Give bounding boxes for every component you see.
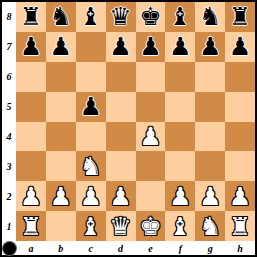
square-f4[interactable] — [165, 122, 195, 152]
piece-white-queen[interactable]: ♛ — [109, 214, 131, 239]
rank-label-1: 1 — [2, 211, 16, 241]
square-d4[interactable] — [106, 122, 136, 152]
square-c7[interactable] — [76, 32, 106, 62]
piece-white-pawn[interactable]: ♟ — [50, 184, 72, 209]
square-e8[interactable]: ♚ — [136, 2, 166, 32]
square-b5[interactable] — [46, 92, 76, 122]
square-d6[interactable] — [106, 62, 136, 92]
piece-black-pawn[interactable]: ♟ — [109, 34, 131, 59]
square-a5[interactable] — [16, 92, 46, 122]
square-b6[interactable] — [46, 62, 76, 92]
square-a4[interactable] — [16, 122, 46, 152]
square-g4[interactable] — [195, 122, 225, 152]
square-d1[interactable]: ♛ — [106, 211, 136, 241]
square-a2[interactable]: ♟ — [16, 181, 46, 211]
piece-black-bishop[interactable]: ♝ — [79, 4, 101, 29]
square-c5[interactable]: ♟ — [76, 92, 106, 122]
square-b7[interactable]: ♟ — [46, 32, 76, 62]
piece-black-rook[interactable]: ♜ — [229, 4, 251, 29]
piece-white-pawn[interactable]: ♟ — [79, 184, 101, 209]
file-labels: abcdefgh — [16, 241, 255, 255]
square-g1[interactable]: ♞ — [195, 211, 225, 241]
square-a6[interactable] — [16, 62, 46, 92]
square-f5[interactable] — [165, 92, 195, 122]
square-g3[interactable] — [195, 151, 225, 181]
rank-label-4: 4 — [2, 122, 16, 152]
file-label-b: b — [46, 241, 76, 255]
square-h6[interactable] — [225, 62, 255, 92]
square-f8[interactable]: ♝ — [165, 2, 195, 32]
square-b2[interactable]: ♟ — [46, 181, 76, 211]
square-a3[interactable] — [16, 151, 46, 181]
square-e2[interactable] — [136, 181, 166, 211]
piece-black-pawn[interactable]: ♟ — [139, 34, 161, 59]
piece-white-bishop[interactable]: ♝ — [79, 214, 101, 239]
piece-white-pawn[interactable]: ♟ — [139, 124, 161, 149]
piece-black-pawn[interactable]: ♟ — [79, 94, 101, 119]
square-g7[interactable]: ♟ — [195, 32, 225, 62]
piece-white-pawn[interactable]: ♟ — [199, 184, 221, 209]
piece-white-rook[interactable]: ♜ — [229, 214, 251, 239]
file-label-g: g — [195, 241, 225, 255]
rank-label-8: 8 — [2, 2, 16, 32]
square-c1[interactable]: ♝ — [76, 211, 106, 241]
file-label-c: c — [76, 241, 106, 255]
piece-white-knight[interactable]: ♞ — [199, 214, 221, 239]
file-label-a: a — [16, 241, 46, 255]
piece-black-pawn[interactable]: ♟ — [199, 34, 221, 59]
piece-black-king[interactable]: ♚ — [139, 4, 161, 29]
square-g6[interactable] — [195, 62, 225, 92]
square-b1[interactable] — [46, 211, 76, 241]
square-g8[interactable]: ♞ — [195, 2, 225, 32]
square-f2[interactable]: ♟ — [165, 181, 195, 211]
square-g5[interactable] — [195, 92, 225, 122]
chess-board[interactable]: ♜♞♝♛♚♝♞♜♟♟♟♟♟♟♟♟♟♞♟♟♟♟♟♟♟♜♝♛♚♝♞♜ — [16, 2, 255, 241]
side-to-move-corner — [2, 241, 16, 255]
square-h1[interactable]: ♜ — [225, 211, 255, 241]
piece-black-queen[interactable]: ♛ — [109, 4, 131, 29]
piece-white-pawn[interactable]: ♟ — [169, 184, 191, 209]
square-d3[interactable] — [106, 151, 136, 181]
square-h7[interactable]: ♟ — [225, 32, 255, 62]
piece-black-pawn[interactable]: ♟ — [50, 34, 72, 59]
square-d5[interactable] — [106, 92, 136, 122]
piece-black-bishop[interactable]: ♝ — [169, 4, 191, 29]
square-h3[interactable] — [225, 151, 255, 181]
square-f7[interactable]: ♟ — [165, 32, 195, 62]
square-h4[interactable] — [225, 122, 255, 152]
square-a7[interactable]: ♟ — [16, 32, 46, 62]
file-label-e: e — [136, 241, 166, 255]
square-d7[interactable]: ♟ — [106, 32, 136, 62]
square-e3[interactable] — [136, 151, 166, 181]
square-a1[interactable]: ♜ — [16, 211, 46, 241]
piece-white-king[interactable]: ♚ — [139, 214, 161, 239]
square-g2[interactable]: ♟ — [195, 181, 225, 211]
square-f3[interactable] — [165, 151, 195, 181]
piece-white-pawn[interactable]: ♟ — [20, 184, 42, 209]
square-c2[interactable]: ♟ — [76, 181, 106, 211]
square-b3[interactable] — [46, 151, 76, 181]
piece-black-pawn[interactable]: ♟ — [169, 34, 191, 59]
square-d8[interactable]: ♛ — [106, 2, 136, 32]
square-c6[interactable] — [76, 62, 106, 92]
piece-white-knight[interactable]: ♞ — [79, 154, 101, 179]
square-b8[interactable]: ♞ — [46, 2, 76, 32]
file-label-h: h — [225, 241, 255, 255]
black-to-move-indicator — [3, 242, 16, 255]
piece-black-knight[interactable]: ♞ — [50, 4, 72, 29]
piece-white-pawn[interactable]: ♟ — [109, 184, 131, 209]
square-b4[interactable] — [46, 122, 76, 152]
rank-label-2: 2 — [2, 181, 16, 211]
piece-black-rook[interactable]: ♜ — [20, 4, 42, 29]
square-e7[interactable]: ♟ — [136, 32, 166, 62]
square-h2[interactable]: ♟ — [225, 181, 255, 211]
square-f6[interactable] — [165, 62, 195, 92]
chess-diagram: 87654321 ♜♞♝♛♚♝♞♜♟♟♟♟♟♟♟♟♟♞♟♟♟♟♟♟♟♜♝♛♚♝♞… — [0, 0, 257, 257]
square-e1[interactable]: ♚ — [136, 211, 166, 241]
square-e6[interactable] — [136, 62, 166, 92]
rank-label-7: 7 — [2, 32, 16, 62]
rank-label-6: 6 — [2, 62, 16, 92]
square-c4[interactable] — [76, 122, 106, 152]
square-c3[interactable]: ♞ — [76, 151, 106, 181]
file-label-d: d — [106, 241, 136, 255]
square-f1[interactable]: ♝ — [165, 211, 195, 241]
square-c8[interactable]: ♝ — [76, 2, 106, 32]
square-h8[interactable]: ♜ — [225, 2, 255, 32]
square-e4[interactable]: ♟ — [136, 122, 166, 152]
rank-labels: 87654321 — [2, 2, 16, 241]
piece-black-knight[interactable]: ♞ — [199, 4, 221, 29]
piece-white-rook[interactable]: ♜ — [20, 214, 42, 239]
square-e5[interactable] — [136, 92, 166, 122]
piece-white-pawn[interactable]: ♟ — [229, 184, 251, 209]
square-h5[interactable] — [225, 92, 255, 122]
piece-white-bishop[interactable]: ♝ — [169, 214, 191, 239]
rank-label-5: 5 — [2, 92, 16, 122]
piece-black-pawn[interactable]: ♟ — [20, 34, 42, 59]
square-d2[interactable]: ♟ — [106, 181, 136, 211]
file-label-f: f — [165, 241, 195, 255]
rank-label-3: 3 — [2, 151, 16, 181]
piece-black-pawn[interactable]: ♟ — [229, 34, 251, 59]
square-a8[interactable]: ♜ — [16, 2, 46, 32]
